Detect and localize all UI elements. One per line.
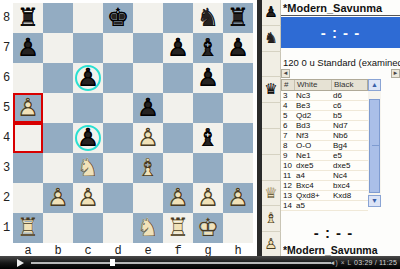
square-a2[interactable] [13,183,43,213]
black-rook: ♜♖ [13,3,43,33]
moves-rows: 3Nc3d64Be3c65Qd2b56Bd3Nd77Nf3Nb68O-OBg49… [281,91,368,207]
move-black[interactable]: Bg4 [331,141,368,150]
square-h1[interactable] [223,213,253,243]
seek-track[interactable] [31,262,331,264]
square-c3[interactable]: ♞♘ [73,153,103,183]
move-row: 10dxe5dxe5 [281,161,368,171]
move-black[interactable] [331,201,368,210]
file-label-d: d [103,244,133,256]
file-label-h: h [223,244,253,256]
square-a5[interactable]: ♟♙ [13,93,43,123]
black-pawn: ♟♙ [262,0,280,25]
square-d8[interactable]: ♚♔ [103,3,133,33]
move-row: 11a4Nc4 [281,171,368,181]
move-row: 7Nf3Nb6 [281,131,368,141]
move-black[interactable]: Nb6 [331,131,368,140]
white-bishop: ♝♗ [133,153,163,183]
black-bishop: ♝♗ [193,123,223,153]
rank-label-4: 4 [0,123,13,153]
capture-icon[interactable]: × [341,259,345,266]
square-c5[interactable] [73,93,103,123]
square-c4[interactable]: ♟♙ [73,123,103,153]
square-e1[interactable]: ♞♘ [133,213,163,243]
white-knight: ♞♘ [133,213,163,243]
move-white[interactable]: Be3 [294,101,331,110]
right-panel: ♟♙♞♘♛♕♛♕♝♗♟♙ *Modern_Savunma - : - - 120… [262,0,400,256]
black-pawn: ♟♙ [223,33,253,63]
palette-cell-empty [262,155,281,181]
square-g4[interactable]: ♝♗ [193,123,223,153]
move-number: 7 [281,131,294,140]
file-label-b: b [43,244,73,256]
move-black[interactable]: e5 [331,151,368,160]
square-a3[interactable] [13,153,43,183]
black-knight: ♞♘ [262,26,280,51]
bottom-clock: - : - - [281,224,386,242]
black-pawn: ♟♙ [133,93,163,123]
move-white[interactable]: Qd2 [294,111,331,120]
white-knight: ♞♘ [73,153,103,183]
game-info-panel: *Modern_Savunma - : - - 120 0 u Standard… [281,0,400,256]
palette-cell-empty [262,103,281,129]
square-g7[interactable]: ♝♗ [193,33,223,63]
white-pawn: ♟♙ [193,183,223,213]
palette-white-bishop[interactable]: ♝♗ [262,206,281,232]
move-white[interactable]: a4 [294,171,331,180]
square-d1[interactable] [103,213,133,243]
square-d5[interactable] [103,93,133,123]
square-h3[interactable] [223,153,253,183]
play-button[interactable] [17,259,24,267]
speaker-icon[interactable]: ◄) [329,259,338,266]
square-g5[interactable] [193,93,223,123]
square-c1[interactable] [73,213,103,243]
square-f6[interactable] [163,63,193,93]
moves-scrollbar[interactable]: ▲ ▼ [368,79,381,207]
square-f2[interactable]: ♟♙ [163,183,193,213]
square-b5[interactable] [43,93,73,123]
square-c8[interactable] [73,3,103,33]
white-pawn: ♟♙ [163,183,193,213]
black-pawn: ♟♙ [73,123,103,153]
move-number: 5 [281,111,294,120]
move-white[interactable]: Qxd8+ [294,191,331,200]
square-g1[interactable]: ♚♔ [193,213,223,243]
file-label-e: e [133,244,163,256]
move-row: 4Be3c6 [281,101,368,111]
scroll-up-button[interactable]: ▲ [368,79,381,91]
moves-header-number: # [282,80,295,90]
square-f1[interactable]: ♜♖ [163,213,193,243]
square-b6[interactable] [43,63,73,93]
rank-label-1: 1 [0,213,13,243]
move-black[interactable]: Kxd8 [331,191,368,200]
white-pawn: ♟♙ [43,183,73,213]
move-black[interactable]: dxe5 [331,161,368,170]
white-rook: ♜♖ [163,213,193,243]
top-player-name: *Modern_Savunma [281,0,400,16]
moves-table-header: # White Black [281,79,368,91]
move-white[interactable]: dxe5 [294,161,331,170]
move-number: 6 [281,121,294,130]
move-white[interactable]: Nc3 [294,91,331,100]
square-g2[interactable]: ♟♙ [193,183,223,213]
move-white[interactable]: Ne1 [294,151,331,160]
square-g6[interactable]: ♟♙ [193,63,223,93]
square-e8[interactable] [133,3,163,33]
rank-label-7: 7 [0,33,13,63]
scrollbar-thumb[interactable] [369,99,380,193]
square-a8[interactable]: ♜♖ [13,3,43,33]
square-h6[interactable] [223,63,253,93]
square-e5[interactable]: ♟♙ [133,93,163,123]
square-g3[interactable] [193,153,223,183]
file-label-a: a [13,244,43,256]
square-e4[interactable]: ♟♙ [133,123,163,153]
palette-cell-empty [262,129,281,155]
palette-cell-empty [262,52,281,78]
square-d7[interactable] [103,33,133,63]
black-rook: ♜♖ [223,3,253,33]
square-d3[interactable] [103,153,133,183]
white-pawn: ♟♙ [133,123,163,153]
white-pawn: ♟♙ [262,232,280,257]
square-b3[interactable] [43,153,73,183]
square-b8[interactable] [43,3,73,33]
square-e7[interactable] [133,33,163,63]
rank-label-2: 2 [0,183,13,213]
label-l: L [347,259,351,266]
square-e2[interactable] [133,183,163,213]
video-control-bar: ◄) × L 03:29 / 11:25 [0,256,400,269]
square-d4[interactable] [103,123,133,153]
black-pawn: ♟♙ [13,33,43,63]
file-label-c: c [73,244,103,256]
square-a7[interactable]: ♟♙ [13,33,43,63]
square-e3[interactable]: ♝♗ [133,153,163,183]
black-king: ♚♔ [103,3,133,33]
palette-white-pawn[interactable]: ♟♙ [262,232,281,258]
black-pawn: ♟♙ [193,63,223,93]
square-b4[interactable] [43,123,73,153]
move-number: 12 [281,181,294,190]
square-b1[interactable] [43,213,73,243]
square-f7[interactable]: ♟♙ [163,33,193,63]
board-panel: ♜♖♚♔♞♘♜♖♟♙♟♙♝♗♟♙♟♙♟♙♟♙♟♙♟♙♟♙♝♗♞♘♝♗♟♙♟♙♟♙… [0,0,258,256]
moves-header-black: Black [332,80,369,90]
square-h2[interactable]: ♟♙ [223,183,253,213]
square-g8[interactable]: ♞♘ [193,3,223,33]
bottom-player-name: *Modern_Savunma [283,244,400,256]
move-white[interactable]: a5 [294,201,331,210]
move-row: 12Bxc4bxc4 [281,181,368,191]
black-pawn: ♟♙ [163,33,193,63]
moves-table: # White Black 3Nc3d64Be3c65Qd2b56Bd3Nd77… [281,79,368,207]
square-h7[interactable]: ♟♙ [223,33,253,63]
move-row: 13Qxd8+Kxd8 [281,191,368,201]
move-row: 14a5 [281,201,368,211]
square-h5[interactable] [223,93,253,123]
move-white[interactable]: Bxc4 [294,181,331,190]
move-number: 13 [281,191,294,200]
white-rook: ♜♖ [13,213,43,243]
move-number: 11 [281,171,294,180]
move-black[interactable]: d6 [331,91,368,100]
move-white[interactable]: Bd3 [294,121,331,130]
move-black[interactable]: Nc4 [331,171,368,180]
rank-label-3: 3 [0,153,13,183]
move-number: 14 [281,201,294,210]
move-row: 6Bd3Nd7 [281,121,368,131]
square-d6[interactable] [103,63,133,93]
seek-handle[interactable] [110,259,115,266]
hscroll-right-button[interactable]: ► [391,69,400,78]
white-king: ♚♔ [193,213,223,243]
square-h8[interactable]: ♜♖ [223,3,253,33]
move-number: 4 [281,101,294,110]
white-queen: ♛♕ [262,181,280,206]
move-number: 8 [281,141,294,150]
square-f4[interactable] [163,123,193,153]
rank-label-8: 8 [0,3,13,33]
chess-board: ♜♖♚♔♞♘♜♖♟♙♟♙♝♗♟♙♟♙♟♙♟♙♟♙♟♙♟♙♝♗♞♘♝♗♟♙♟♙♟♙… [13,3,253,243]
square-c6[interactable]: ♟♙ [73,63,103,93]
palette-black-queen[interactable]: ♛♕ [262,77,281,103]
white-bishop: ♝♗ [262,206,280,231]
move-black[interactable]: bxc4 [331,181,368,190]
black-knight: ♞♘ [193,3,223,33]
move-row: 3Nc3d6 [281,91,368,101]
square-c7[interactable] [73,33,103,63]
square-h4[interactable] [223,123,253,153]
game-status-line: 120 0 u Standard (examined [283,57,400,68]
move-white[interactable]: Nf3 [294,131,331,140]
move-number: 3 [281,91,294,100]
hscroll-left-button[interactable]: ◄ [281,69,290,78]
square-f5[interactable] [163,93,193,123]
palette-black-knight[interactable]: ♞♘ [262,26,281,52]
move-number: 9 [281,151,294,160]
top-clock: - : - - [281,17,400,48]
black-bishop: ♝♗ [193,33,223,63]
file-label-f: f [163,244,193,256]
square-a4[interactable] [13,123,43,153]
square-e6[interactable] [133,63,163,93]
white-pawn: ♟♙ [13,93,43,123]
palette-black-pawn[interactable]: ♟♙ [262,0,281,26]
move-black[interactable]: c6 [331,101,368,110]
square-b7[interactable] [43,33,73,63]
black-queen: ♛♕ [262,77,280,102]
square-a1[interactable]: ♜♖ [13,213,43,243]
file-label-g: g [193,244,223,256]
rank-label-6: 6 [0,63,13,93]
square-c2[interactable]: ♟♙ [73,183,103,213]
square-a6[interactable] [13,63,43,93]
black-pawn: ♟♙ [73,63,103,93]
move-white[interactable]: O-O [294,141,331,150]
square-d2[interactable] [103,183,133,213]
square-f3[interactable] [163,153,193,183]
piece-palette: ♟♙♞♘♛♕♛♕♝♗♟♙ [262,0,281,258]
rank-label-5: 5 [0,93,13,123]
move-black[interactable]: b5 [331,111,368,120]
move-row: 5Qd2b5 [281,111,368,121]
palette-white-queen[interactable]: ♛♕ [262,181,281,207]
move-row: 8O-OBg4 [281,141,368,151]
white-pawn: ♟♙ [223,183,253,213]
move-row: 9Ne1e5 [281,151,368,161]
move-black[interactable]: Nd7 [331,121,368,130]
move-number: 10 [281,161,294,170]
scroll-down-button[interactable]: ▼ [368,195,381,207]
square-f8[interactable] [163,3,193,33]
square-b2[interactable]: ♟♙ [43,183,73,213]
white-pawn: ♟♙ [73,183,103,213]
video-time: 03:29 / 11:25 [354,259,397,266]
moves-header-white: White [295,80,332,90]
